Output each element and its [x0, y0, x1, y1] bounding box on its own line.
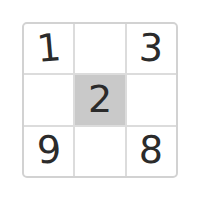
cell-r1c0[interactable]: [24, 75, 73, 124]
cell-r0c0[interactable]: 1: [24, 24, 73, 73]
sudoku-board: 1 3 2 9 8: [22, 22, 178, 178]
cell-r1c2[interactable]: [127, 75, 176, 124]
cell-r2c1[interactable]: [75, 127, 124, 176]
digit: 8: [139, 131, 165, 172]
digit: 1: [35, 28, 63, 70]
digit: 3: [139, 28, 165, 69]
puzzle-canvas: 1 3 2 9 8: [0, 0, 200, 200]
cell-r0c2[interactable]: 3: [127, 24, 176, 73]
cell-r1c1-highlighted[interactable]: 2: [75, 75, 124, 124]
cell-r0c1[interactable]: [75, 24, 124, 73]
digit: 9: [36, 131, 62, 172]
cell-r2c0[interactable]: 9: [24, 127, 73, 176]
digit: 2: [88, 80, 112, 120]
cell-r2c2[interactable]: 8: [127, 127, 176, 176]
